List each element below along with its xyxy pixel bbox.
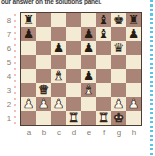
caption-text: our answer on the solutions panel.	[1, 0, 154, 5]
black-pawn-c6: ♟	[53, 41, 64, 54]
square-a1	[21, 111, 36, 125]
square-c8	[51, 13, 66, 27]
white-pawn-g2: ♟	[113, 97, 124, 110]
square-b2: ♟	[36, 97, 51, 111]
white-pawn-h2: ♟	[128, 97, 139, 110]
black-king-g8: ♚	[113, 13, 124, 26]
file-label-f: f	[97, 128, 112, 137]
black-bishop-f7: ♝	[98, 27, 109, 40]
chess-board: ♜♝♚♜♟♟♝♟♟♟♛♝♟♛♝♟♟♟♟♟♜♜♚	[20, 12, 142, 126]
file-label-e: e	[82, 128, 97, 137]
square-g4	[111, 69, 126, 83]
square-e7: ♟	[81, 27, 96, 41]
square-a4	[21, 69, 36, 83]
square-f3	[96, 83, 111, 97]
black-rook-a8: ♜	[23, 13, 34, 26]
white-rook-d1: ♜	[68, 111, 79, 124]
square-a3	[21, 83, 36, 97]
square-f2	[96, 97, 111, 111]
square-d1: ♜	[66, 111, 81, 125]
square-c6: ♟	[51, 41, 66, 55]
square-e5	[81, 55, 96, 69]
black-pawn-h7: ♟	[128, 27, 139, 40]
square-h2: ♟	[126, 97, 141, 111]
square-d4	[66, 69, 81, 83]
black-bishop-f8: ♝	[98, 13, 109, 26]
rank-label-8: 8	[3, 13, 15, 27]
square-f7: ♝	[96, 27, 111, 41]
square-f4	[96, 69, 111, 83]
square-a7: ♟	[21, 27, 36, 41]
file-label-a: a	[22, 128, 37, 137]
square-a8: ♜	[21, 13, 36, 27]
file-labels: abcdefgh	[22, 128, 142, 137]
square-h5	[126, 55, 141, 69]
rank-label-2: 2	[3, 97, 15, 111]
square-g6: ♛	[111, 41, 126, 55]
square-g2: ♟	[111, 97, 126, 111]
square-h3	[126, 83, 141, 97]
white-queen-b3: ♛	[38, 83, 49, 96]
white-bishop-e3: ♝	[83, 83, 94, 96]
square-d7	[66, 27, 81, 41]
square-c2: ♟	[51, 97, 66, 111]
square-b3: ♛	[36, 83, 51, 97]
black-pawn-e7: ♟	[83, 27, 94, 40]
square-h8: ♜	[126, 13, 141, 27]
square-a6	[21, 41, 36, 55]
square-e3: ♝	[81, 83, 96, 97]
square-e1	[81, 111, 96, 125]
rank-label-5: 5	[3, 55, 15, 69]
square-b4	[36, 69, 51, 83]
square-c4: ♝	[51, 69, 66, 83]
white-king-g1: ♚	[113, 111, 124, 124]
square-h7: ♟	[126, 27, 141, 41]
file-label-d: d	[67, 128, 82, 137]
square-c3	[51, 83, 66, 97]
rank-labels: 87654321	[3, 13, 15, 125]
rank-label-3: 3	[3, 83, 15, 97]
square-g5	[111, 55, 126, 69]
square-a5	[21, 55, 36, 69]
square-c5	[51, 55, 66, 69]
rank-label-7: 7	[3, 27, 15, 41]
square-f8: ♝	[96, 13, 111, 27]
square-h1	[126, 111, 141, 125]
square-g8: ♚	[111, 13, 126, 27]
white-pawn-b2: ♟	[38, 97, 49, 110]
square-c1	[51, 111, 66, 125]
white-bishop-c4: ♝	[53, 69, 64, 82]
square-d5	[66, 55, 81, 69]
square-g1: ♚	[111, 111, 126, 125]
file-label-h: h	[127, 128, 142, 137]
square-e8	[81, 13, 96, 27]
black-rook-h8: ♜	[128, 13, 139, 26]
black-pawn-e6: ♟	[83, 41, 94, 54]
white-pawn-c2: ♟	[53, 97, 64, 110]
square-b1	[36, 111, 51, 125]
square-d6	[66, 41, 81, 55]
rank-label-1: 1	[3, 111, 15, 125]
square-b8	[36, 13, 51, 27]
square-b6	[36, 41, 51, 55]
white-rook-f1: ♜	[98, 111, 109, 124]
file-label-g: g	[112, 128, 127, 137]
square-a2: ♟	[21, 97, 36, 111]
square-b7	[36, 27, 51, 41]
square-d3	[66, 83, 81, 97]
square-f6	[96, 41, 111, 55]
file-label-b: b	[37, 128, 52, 137]
square-c7	[51, 27, 66, 41]
black-pawn-a7: ♟	[23, 27, 34, 40]
square-f5	[96, 55, 111, 69]
file-label-c: c	[52, 128, 67, 137]
square-g7	[111, 27, 126, 41]
square-d8	[66, 13, 81, 27]
square-h4	[126, 69, 141, 83]
black-queen-g6: ♛	[113, 41, 124, 54]
square-h6	[126, 41, 141, 55]
square-g3	[111, 83, 126, 97]
square-e4: ♟	[81, 69, 96, 83]
right-column-guide-dotted-line	[150, 0, 153, 156]
square-e2	[81, 97, 96, 111]
rank-label-6: 6	[3, 41, 15, 55]
rank-label-4: 4	[3, 69, 15, 83]
square-b5	[36, 55, 51, 69]
white-pawn-a2: ♟	[23, 97, 34, 110]
black-pawn-e4: ♟	[83, 69, 94, 82]
square-d2	[66, 97, 81, 111]
square-f1: ♜	[96, 111, 111, 125]
square-e6: ♟	[81, 41, 96, 55]
